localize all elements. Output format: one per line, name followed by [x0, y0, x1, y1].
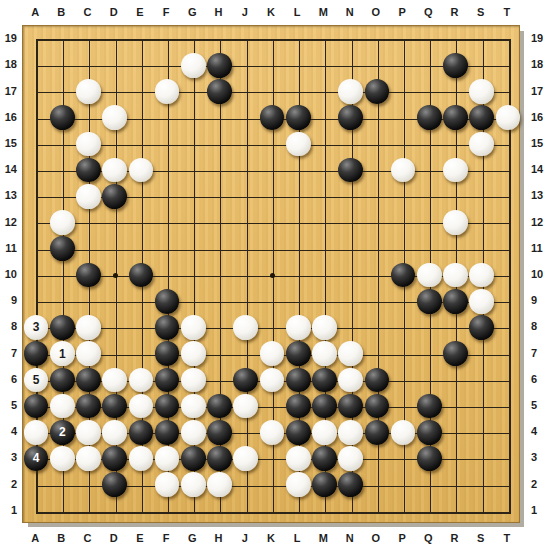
board-intersection[interactable] [49, 105, 75, 131]
board-intersection[interactable] [75, 419, 101, 445]
board-intersection[interactable] [259, 236, 285, 262]
board-intersection[interactable] [180, 498, 206, 524]
board-intersection[interactable] [75, 367, 101, 393]
board-intersection[interactable] [364, 157, 390, 183]
board-intersection[interactable] [338, 78, 364, 104]
board-intersection[interactable] [390, 445, 416, 471]
board-intersection[interactable] [469, 26, 495, 52]
board-intersection[interactable] [154, 105, 180, 131]
board-intersection[interactable] [154, 419, 180, 445]
board-intersection[interactable] [128, 183, 154, 209]
board-intersection[interactable] [206, 78, 232, 104]
board-intersection[interactable] [338, 183, 364, 209]
board-intersection[interactable] [259, 183, 285, 209]
board-intersection[interactable] [49, 367, 75, 393]
board-intersection[interactable] [75, 209, 101, 235]
board-intersection[interactable] [128, 236, 154, 262]
board-intersection[interactable] [338, 341, 364, 367]
board-intersection[interactable] [311, 498, 337, 524]
board-intersection[interactable] [23, 78, 49, 104]
board-intersection[interactable] [390, 314, 416, 340]
board-intersection[interactable] [180, 236, 206, 262]
board-intersection[interactable] [364, 393, 390, 419]
board-intersection[interactable] [233, 367, 259, 393]
board-intersection[interactable] [442, 157, 468, 183]
board-intersection[interactable] [180, 445, 206, 471]
board-intersection[interactable] [469, 419, 495, 445]
board-intersection[interactable] [364, 341, 390, 367]
board-intersection[interactable] [495, 445, 521, 471]
board-intersection[interactable] [469, 445, 495, 471]
board-intersection[interactable] [102, 157, 128, 183]
board-intersection[interactable] [469, 157, 495, 183]
board-intersection[interactable] [102, 288, 128, 314]
board-intersection[interactable] [285, 236, 311, 262]
board-intersection[interactable] [338, 105, 364, 131]
board-intersection[interactable] [495, 26, 521, 52]
board-intersection[interactable] [311, 183, 337, 209]
board-intersection[interactable] [233, 498, 259, 524]
board-intersection[interactable] [442, 131, 468, 157]
board-intersection[interactable] [285, 131, 311, 157]
board-intersection[interactable] [442, 262, 468, 288]
board-intersection[interactable] [338, 26, 364, 52]
board-intersection[interactable] [390, 341, 416, 367]
board-intersection[interactable]: 5 [23, 367, 49, 393]
board-intersection[interactable] [180, 341, 206, 367]
board-intersection[interactable] [180, 78, 206, 104]
board-intersection[interactable] [311, 236, 337, 262]
board-intersection[interactable] [102, 26, 128, 52]
board-intersection[interactable] [495, 209, 521, 235]
board-intersection[interactable] [75, 498, 101, 524]
board-intersection[interactable] [364, 236, 390, 262]
board-intersection[interactable] [416, 498, 442, 524]
board-intersection[interactable] [154, 236, 180, 262]
board-intersection[interactable] [75, 26, 101, 52]
board-intersection[interactable] [102, 498, 128, 524]
board-intersection[interactable] [285, 367, 311, 393]
board-intersection[interactable] [102, 131, 128, 157]
board-intersection[interactable] [128, 288, 154, 314]
board-intersection[interactable] [128, 472, 154, 498]
board-intersection[interactable] [390, 288, 416, 314]
board-intersection[interactable] [338, 445, 364, 471]
board-intersection[interactable] [338, 419, 364, 445]
board-intersection[interactable] [75, 393, 101, 419]
board-intersection[interactable] [154, 157, 180, 183]
board-intersection[interactable] [180, 367, 206, 393]
board-intersection[interactable] [49, 472, 75, 498]
board-intersection[interactable] [416, 78, 442, 104]
board-intersection[interactable] [23, 52, 49, 78]
board-intersection[interactable] [311, 52, 337, 78]
board-intersection[interactable] [285, 105, 311, 131]
board-intersection[interactable] [442, 209, 468, 235]
board-intersection[interactable] [49, 393, 75, 419]
board-intersection[interactable] [285, 157, 311, 183]
board-intersection[interactable] [259, 498, 285, 524]
board-intersection[interactable] [285, 393, 311, 419]
board-intersection[interactable] [469, 236, 495, 262]
board-intersection[interactable] [23, 472, 49, 498]
board-intersection[interactable] [390, 419, 416, 445]
board-intersection[interactable] [285, 209, 311, 235]
board-intersection[interactable] [495, 341, 521, 367]
board-intersection[interactable] [75, 341, 101, 367]
board-intersection[interactable] [469, 367, 495, 393]
board-intersection[interactable] [206, 498, 232, 524]
board-intersection[interactable] [390, 183, 416, 209]
board-intersection[interactable] [442, 314, 468, 340]
board-intersection[interactable] [49, 78, 75, 104]
board-intersection[interactable] [442, 472, 468, 498]
board-intersection[interactable] [233, 52, 259, 78]
board-intersection[interactable] [416, 52, 442, 78]
board-intersection[interactable] [23, 341, 49, 367]
board-intersection[interactable] [442, 78, 468, 104]
board-intersection[interactable] [128, 314, 154, 340]
board-intersection[interactable] [102, 419, 128, 445]
board-intersection[interactable] [390, 52, 416, 78]
board-intersection[interactable] [233, 341, 259, 367]
board-intersection[interactable] [442, 341, 468, 367]
board-intersection[interactable] [128, 498, 154, 524]
board-intersection[interactable] [364, 52, 390, 78]
board-intersection[interactable] [180, 26, 206, 52]
board-intersection[interactable] [206, 131, 232, 157]
board-intersection[interactable] [154, 26, 180, 52]
board-intersection[interactable] [469, 78, 495, 104]
board-intersection[interactable] [495, 157, 521, 183]
board-intersection[interactable] [75, 52, 101, 78]
board-intersection[interactable] [259, 341, 285, 367]
board-intersection[interactable] [128, 367, 154, 393]
board-intersection[interactable] [311, 314, 337, 340]
board-intersection[interactable] [416, 393, 442, 419]
board-intersection[interactable] [390, 472, 416, 498]
board-intersection[interactable] [338, 288, 364, 314]
board-intersection[interactable] [75, 236, 101, 262]
board-intersection[interactable] [416, 419, 442, 445]
board-intersection[interactable] [128, 393, 154, 419]
board-intersection[interactable] [311, 445, 337, 471]
board-intersection[interactable] [154, 209, 180, 235]
board-intersection[interactable] [285, 445, 311, 471]
board-intersection[interactable] [49, 262, 75, 288]
board-intersection[interactable] [442, 52, 468, 78]
board-intersection[interactable] [128, 52, 154, 78]
board-intersection[interactable] [180, 105, 206, 131]
board-intersection[interactable] [206, 52, 232, 78]
board-intersection[interactable] [154, 498, 180, 524]
board-intersection[interactable] [469, 262, 495, 288]
board-intersection[interactable] [364, 183, 390, 209]
board-intersection[interactable] [154, 367, 180, 393]
board-intersection[interactable] [416, 288, 442, 314]
board-intersection[interactable] [23, 131, 49, 157]
board-intersection[interactable] [49, 26, 75, 52]
board-intersection[interactable] [154, 52, 180, 78]
board-intersection[interactable] [102, 262, 128, 288]
board-intersection[interactable] [75, 105, 101, 131]
board-intersection[interactable] [154, 472, 180, 498]
board-intersection[interactable] [233, 209, 259, 235]
board-intersection[interactable] [364, 445, 390, 471]
board-intersection[interactable] [102, 105, 128, 131]
board-intersection[interactable] [469, 183, 495, 209]
board-intersection[interactable] [442, 236, 468, 262]
board-intersection[interactable] [180, 183, 206, 209]
board-intersection[interactable] [311, 26, 337, 52]
board-intersection[interactable] [364, 288, 390, 314]
board-intersection[interactable] [259, 78, 285, 104]
board-intersection[interactable] [75, 472, 101, 498]
board-intersection[interactable] [390, 262, 416, 288]
board-intersection[interactable] [364, 26, 390, 52]
board-intersection[interactable] [390, 367, 416, 393]
board-intersection[interactable] [23, 262, 49, 288]
board-intersection[interactable] [233, 288, 259, 314]
board-intersection[interactable] [311, 262, 337, 288]
board-intersection[interactable] [495, 472, 521, 498]
board-intersection[interactable] [416, 131, 442, 157]
board-intersection[interactable] [259, 445, 285, 471]
board-intersection[interactable] [259, 419, 285, 445]
board-intersection[interactable] [154, 445, 180, 471]
board-intersection[interactable] [469, 393, 495, 419]
board-intersection[interactable] [390, 105, 416, 131]
board-intersection[interactable] [23, 105, 49, 131]
board-intersection[interactable] [49, 157, 75, 183]
board-intersection[interactable] [364, 105, 390, 131]
board-intersection[interactable] [469, 498, 495, 524]
board-intersection[interactable] [102, 236, 128, 262]
board-intersection[interactable] [128, 131, 154, 157]
board-intersection[interactable] [49, 498, 75, 524]
board-intersection[interactable] [49, 183, 75, 209]
board-intersection[interactable] [495, 183, 521, 209]
board-intersection[interactable] [364, 472, 390, 498]
board-intersection[interactable] [128, 209, 154, 235]
board-intersection[interactable] [128, 26, 154, 52]
board-intersection[interactable] [285, 78, 311, 104]
board-intersection[interactable] [259, 131, 285, 157]
board-intersection[interactable] [49, 209, 75, 235]
board-intersection[interactable] [23, 419, 49, 445]
board-intersection[interactable] [259, 472, 285, 498]
board-intersection[interactable] [233, 183, 259, 209]
board-intersection[interactable]: 4 [23, 445, 49, 471]
board-intersection[interactable] [75, 78, 101, 104]
board-intersection[interactable] [311, 131, 337, 157]
board-intersection[interactable] [23, 393, 49, 419]
board-intersection[interactable] [102, 52, 128, 78]
board-intersection[interactable] [180, 393, 206, 419]
board-intersection[interactable] [416, 26, 442, 52]
board-intersection[interactable] [495, 105, 521, 131]
board-intersection[interactable]: 1 [49, 341, 75, 367]
board-intersection[interactable] [495, 131, 521, 157]
board-intersection[interactable] [285, 52, 311, 78]
board-intersection[interactable] [233, 445, 259, 471]
board-intersection[interactable] [495, 288, 521, 314]
board-intersection[interactable] [180, 472, 206, 498]
board-intersection[interactable] [259, 52, 285, 78]
board-intersection[interactable] [180, 419, 206, 445]
board-intersection[interactable] [416, 367, 442, 393]
board-intersection[interactable] [206, 367, 232, 393]
board-intersection[interactable] [233, 131, 259, 157]
board-intersection[interactable] [102, 183, 128, 209]
board-intersection[interactable] [495, 393, 521, 419]
board-intersection[interactable] [390, 209, 416, 235]
board-intersection[interactable] [390, 131, 416, 157]
board-intersection[interactable] [416, 183, 442, 209]
board-intersection[interactable] [75, 131, 101, 157]
board-intersection[interactable] [364, 209, 390, 235]
board-intersection[interactable] [206, 236, 232, 262]
board-intersection[interactable] [442, 26, 468, 52]
board-intersection[interactable] [23, 288, 49, 314]
board-intersection[interactable] [469, 341, 495, 367]
board-intersection[interactable] [495, 419, 521, 445]
board-intersection[interactable] [364, 498, 390, 524]
board-intersection[interactable] [154, 341, 180, 367]
board-intersection[interactable] [442, 445, 468, 471]
board-intersection[interactable] [364, 131, 390, 157]
board-intersection[interactable] [23, 498, 49, 524]
board-intersection[interactable] [180, 288, 206, 314]
board-intersection[interactable] [311, 341, 337, 367]
board-intersection[interactable] [180, 157, 206, 183]
board-intersection[interactable] [469, 209, 495, 235]
board-intersection[interactable] [259, 393, 285, 419]
board-intersection[interactable] [23, 183, 49, 209]
board-intersection[interactable] [495, 262, 521, 288]
board-intersection[interactable] [469, 472, 495, 498]
board-intersection[interactable] [233, 236, 259, 262]
board-intersection[interactable] [442, 183, 468, 209]
board-intersection[interactable] [285, 262, 311, 288]
board-intersection[interactable] [416, 262, 442, 288]
board-intersection[interactable] [180, 262, 206, 288]
board-intersection[interactable] [259, 288, 285, 314]
board-intersection[interactable] [338, 52, 364, 78]
board-intersection[interactable] [154, 288, 180, 314]
board-intersection[interactable] [206, 209, 232, 235]
board-intersection[interactable] [469, 105, 495, 131]
board-intersection[interactable] [442, 419, 468, 445]
board-intersection[interactable] [75, 262, 101, 288]
board-intersection[interactable] [311, 157, 337, 183]
board-intersection[interactable] [311, 393, 337, 419]
board-intersection[interactable] [416, 236, 442, 262]
board-intersection[interactable] [128, 105, 154, 131]
board-intersection[interactable] [128, 157, 154, 183]
board-intersection[interactable] [416, 314, 442, 340]
board-intersection[interactable] [364, 367, 390, 393]
board-intersection[interactable] [128, 341, 154, 367]
board-intersection[interactable] [206, 157, 232, 183]
board-intersection[interactable] [495, 314, 521, 340]
board-intersection[interactable] [338, 498, 364, 524]
board-intersection[interactable] [285, 341, 311, 367]
board-intersection[interactable] [495, 78, 521, 104]
board-intersection[interactable] [442, 105, 468, 131]
board-intersection[interactable] [338, 262, 364, 288]
board-intersection[interactable] [206, 105, 232, 131]
board-intersection[interactable] [495, 52, 521, 78]
board-intersection[interactable] [23, 209, 49, 235]
board-intersection[interactable] [259, 157, 285, 183]
board-intersection[interactable] [102, 314, 128, 340]
board-intersection[interactable] [390, 78, 416, 104]
board-intersection[interactable] [154, 393, 180, 419]
board-intersection[interactable] [495, 367, 521, 393]
board-intersection[interactable] [128, 78, 154, 104]
board-intersection[interactable] [154, 131, 180, 157]
board-intersection[interactable] [495, 236, 521, 262]
board-intersection[interactable] [102, 341, 128, 367]
board-intersection[interactable] [233, 105, 259, 131]
board-intersection[interactable] [442, 367, 468, 393]
board-intersection[interactable] [49, 131, 75, 157]
board-intersection[interactable] [442, 393, 468, 419]
board-intersection[interactable] [49, 314, 75, 340]
board-intersection[interactable] [338, 209, 364, 235]
board-intersection[interactable] [154, 262, 180, 288]
board-intersection[interactable] [311, 288, 337, 314]
board-intersection[interactable] [23, 26, 49, 52]
board-intersection[interactable] [259, 367, 285, 393]
board-intersection[interactable] [233, 472, 259, 498]
board-intersection[interactable] [102, 78, 128, 104]
board-intersection[interactable] [128, 262, 154, 288]
board-intersection[interactable] [390, 498, 416, 524]
board-intersection[interactable] [364, 78, 390, 104]
board-intersection[interactable] [338, 236, 364, 262]
board-intersection[interactable] [338, 314, 364, 340]
board-intersection[interactable] [311, 367, 337, 393]
board-intersection[interactable] [102, 209, 128, 235]
board-intersection[interactable] [206, 393, 232, 419]
board-intersection[interactable] [416, 105, 442, 131]
board-intersection[interactable] [338, 393, 364, 419]
board-intersection[interactable] [206, 472, 232, 498]
board-intersection[interactable] [285, 26, 311, 52]
board-intersection[interactable] [416, 157, 442, 183]
board-intersection[interactable] [206, 26, 232, 52]
board-intersection[interactable] [469, 52, 495, 78]
board-intersection[interactable] [311, 209, 337, 235]
board-intersection[interactable] [390, 26, 416, 52]
board-intersection[interactable] [206, 262, 232, 288]
board-intersection[interactable] [75, 288, 101, 314]
board-intersection[interactable] [206, 341, 232, 367]
board-intersection[interactable] [338, 131, 364, 157]
board-intersection[interactable] [311, 78, 337, 104]
board-intersection[interactable] [49, 52, 75, 78]
board-intersection[interactable] [102, 367, 128, 393]
board-intersection[interactable] [180, 314, 206, 340]
board-intersection[interactable] [23, 236, 49, 262]
board-intersection[interactable] [233, 262, 259, 288]
board-intersection[interactable] [154, 314, 180, 340]
board-intersection[interactable] [180, 209, 206, 235]
board-intersection[interactable] [338, 367, 364, 393]
board-intersection[interactable] [259, 262, 285, 288]
